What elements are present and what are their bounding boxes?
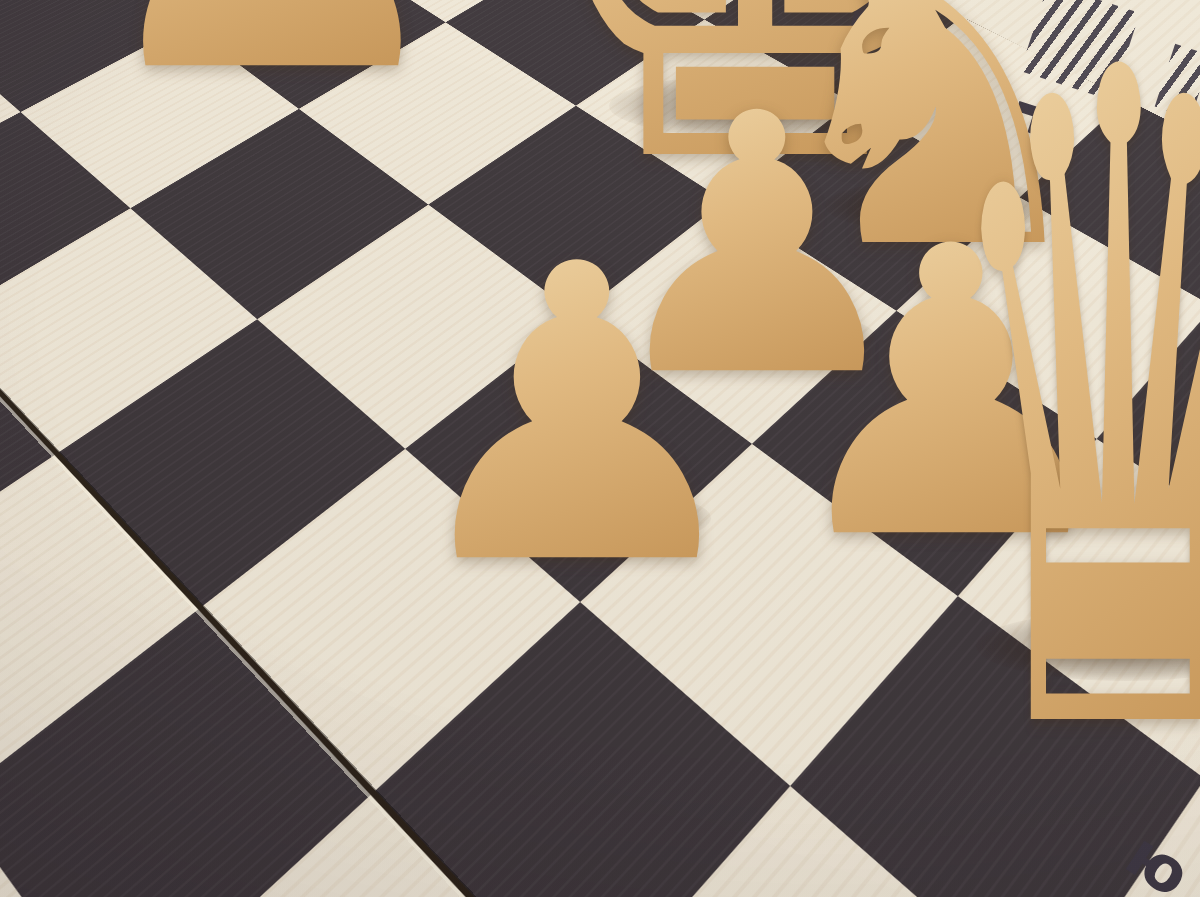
chess-photo-stage: ЕFю ♟♚♞♟♟♟♛	[0, 0, 1200, 897]
white-queen-g6[interactable]: ♛	[916, 0, 1200, 858]
white-pawn-b6[interactable]: ♟	[57, 0, 487, 131]
white-pawn-e5[interactable]: ♟	[373, 212, 781, 620]
